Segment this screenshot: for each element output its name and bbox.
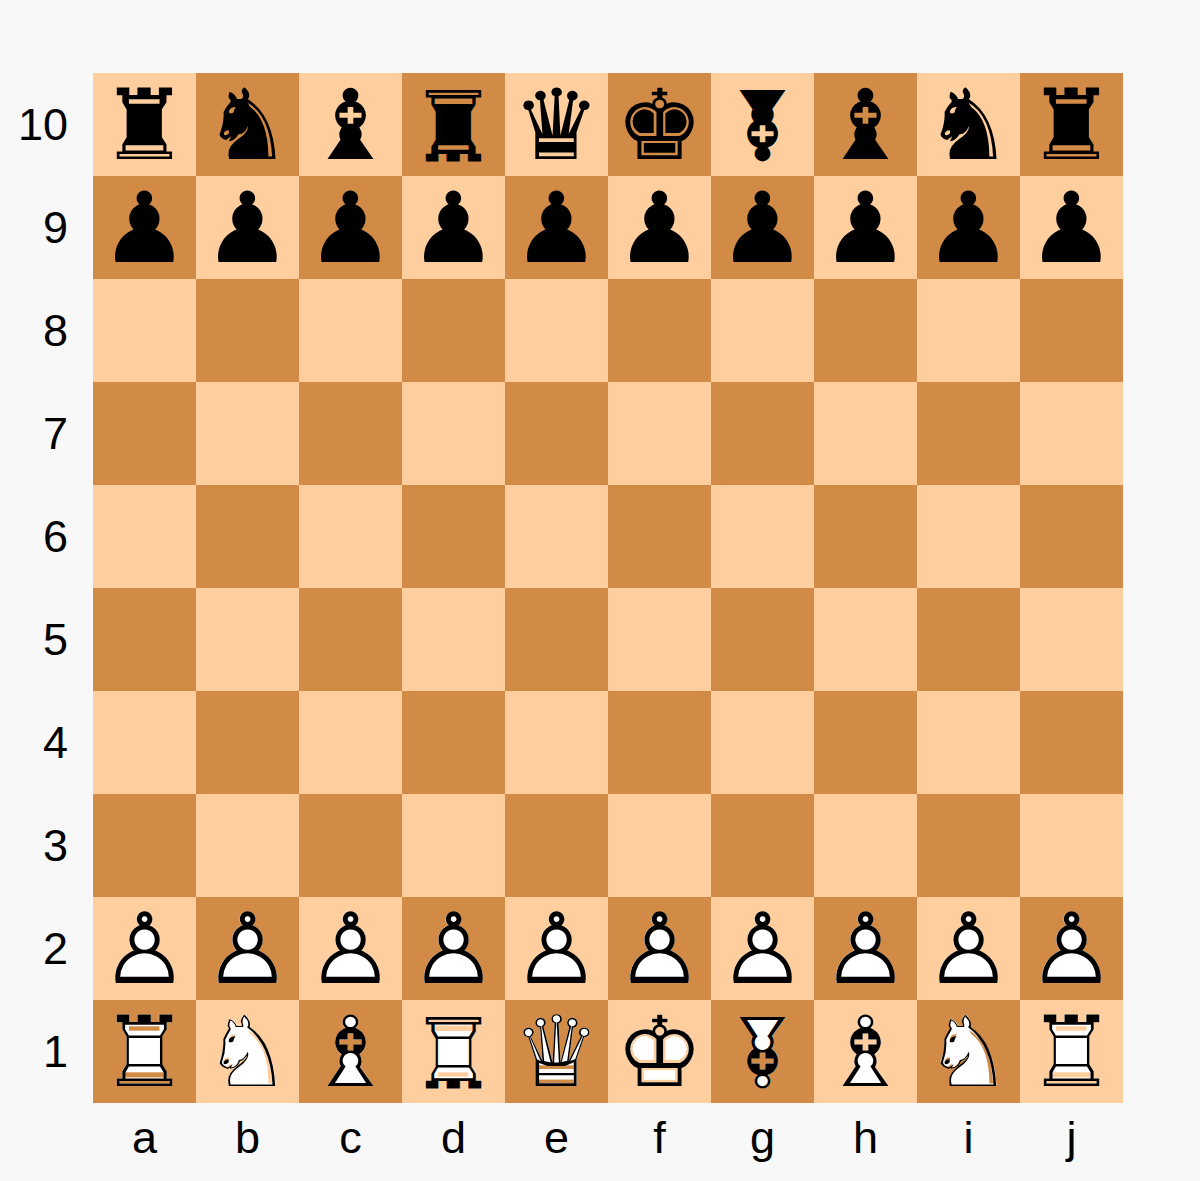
piece-outline-glyph: ♔ <box>608 1000 711 1103</box>
white-rook[interactable]: ♜♖ <box>93 1000 196 1103</box>
square-h8[interactable] <box>814 279 917 382</box>
rank-label-6: 6 <box>0 485 93 588</box>
white-knight[interactable]: ♞♘ <box>917 1000 1020 1103</box>
square-e2[interactable]: ♟♙ <box>505 897 608 1000</box>
square-h2[interactable]: ♟♙ <box>814 897 917 1000</box>
square-j7[interactable] <box>1020 382 1123 485</box>
piece-glyph: ♛ <box>505 73 608 176</box>
square-b4[interactable] <box>196 691 299 794</box>
piece-outline-glyph: ♕ <box>505 1000 608 1103</box>
file-label-e: e <box>505 1103 608 1173</box>
black-pawn[interactable]: ♟ <box>505 176 608 279</box>
square-b1[interactable]: ♞♘ <box>196 1000 299 1103</box>
square-f10[interactable]: ♚ <box>608 73 711 176</box>
piece-glyph: ♟ <box>814 176 917 279</box>
square-e5[interactable] <box>505 588 608 691</box>
square-h7[interactable] <box>814 382 917 485</box>
black-rook[interactable]: ♜ <box>93 73 196 176</box>
square-g6[interactable] <box>711 485 814 588</box>
square-b10[interactable]: ♞ <box>196 73 299 176</box>
square-b2[interactable]: ♟♙ <box>196 897 299 1000</box>
black-knight[interactable]: ♞ <box>196 73 299 176</box>
square-a6[interactable] <box>93 485 196 588</box>
white-bishop[interactable]: ♝♗ <box>299 1000 402 1103</box>
piece-glyph: ♟ <box>402 176 505 279</box>
black-bishop[interactable]: ♝ <box>814 73 917 176</box>
piece-glyph: ♞ <box>196 73 299 176</box>
square-i1[interactable]: ♞♘ <box>917 1000 1020 1103</box>
square-h9[interactable]: ♟ <box>814 176 917 279</box>
piece-outline-glyph: ♙ <box>814 897 917 1000</box>
square-f3[interactable] <box>608 794 711 897</box>
square-f8[interactable] <box>608 279 711 382</box>
piece-outline-glyph: ♘ <box>917 1000 1020 1103</box>
square-j4[interactable] <box>1020 691 1123 794</box>
piece-outline-glyph: ♗ <box>299 1000 402 1103</box>
square-f2[interactable]: ♟♙ <box>608 897 711 1000</box>
square-j3[interactable] <box>1020 794 1123 897</box>
piece-outline-glyph: ♙ <box>608 897 711 1000</box>
square-d7[interactable] <box>402 382 505 485</box>
white-pawn[interactable]: ♟♙ <box>608 897 711 1000</box>
file-label-b: b <box>196 1103 299 1173</box>
rank-label-1: 1 <box>0 1000 93 1103</box>
square-i7[interactable] <box>917 382 1020 485</box>
square-g3[interactable] <box>711 794 814 897</box>
square-j10[interactable]: ♜ <box>1020 73 1123 176</box>
piece-glyph: ♝ <box>814 73 917 176</box>
square-d5[interactable] <box>402 588 505 691</box>
board: ♜♞♝♜♛♚♝♝♞♜♟♟♟♟♟♟♟♟♟♟♟♙♟♙♟♙♟♙♟♙♟♙♟♙♟♙♟♙♟♙… <box>93 73 1123 1103</box>
white-pawn[interactable]: ♟♙ <box>505 897 608 1000</box>
piece-glyph: ♝ <box>711 73 814 176</box>
square-j1[interactable]: ♜♖ <box>1020 1000 1123 1103</box>
square-a2[interactable]: ♟♙ <box>93 897 196 1000</box>
white-queen[interactable]: ♛♕ <box>505 1000 608 1103</box>
white-rook[interactable]: ♜♖ <box>1020 1000 1123 1103</box>
piece-glyph: ♟ <box>93 176 196 279</box>
square-i4[interactable] <box>917 691 1020 794</box>
square-h4[interactable] <box>814 691 917 794</box>
white-pawn[interactable]: ♟♙ <box>711 897 814 1000</box>
piece-outline-glyph: ♘ <box>196 1000 299 1103</box>
piece-outline-glyph: ♙ <box>505 897 608 1000</box>
square-h3[interactable] <box>814 794 917 897</box>
square-g5[interactable] <box>711 588 814 691</box>
piece-outline-glyph: ♖ <box>93 1000 196 1103</box>
square-c1[interactable]: ♝♗ <box>299 1000 402 1103</box>
square-g2[interactable]: ♟♙ <box>711 897 814 1000</box>
rank-labels: 10987654321 <box>0 73 93 1103</box>
square-g9[interactable]: ♟ <box>711 176 814 279</box>
piece-glyph: ♟ <box>1020 176 1123 279</box>
square-d4[interactable] <box>402 691 505 794</box>
white-pawn[interactable]: ♟♙ <box>402 897 505 1000</box>
piece-glyph: ♜ <box>1020 73 1123 176</box>
square-g10[interactable]: ♝ <box>711 73 814 176</box>
rank-label-3: 3 <box>0 794 93 897</box>
square-d1[interactable]: ♜♖ <box>402 1000 505 1103</box>
square-b5[interactable] <box>196 588 299 691</box>
square-c2[interactable]: ♟♙ <box>299 897 402 1000</box>
square-a1[interactable]: ♜♖ <box>93 1000 196 1103</box>
square-g4[interactable] <box>711 691 814 794</box>
piece-glyph: ♚ <box>608 73 711 176</box>
rank-label-8: 8 <box>0 279 93 382</box>
square-b3[interactable] <box>196 794 299 897</box>
square-c7[interactable] <box>299 382 402 485</box>
piece-glyph: ♟ <box>196 176 299 279</box>
black-pawn[interactable]: ♟ <box>711 176 814 279</box>
square-i9[interactable]: ♟ <box>917 176 1020 279</box>
square-g1[interactable]: ♝♗ <box>711 1000 814 1103</box>
white-pawn[interactable]: ♟♙ <box>814 897 917 1000</box>
file-labels: abcdefghij <box>93 1103 1123 1173</box>
piece-outline-glyph: ♙ <box>196 897 299 1000</box>
square-a3[interactable] <box>93 794 196 897</box>
square-j8[interactable] <box>1020 279 1123 382</box>
square-a10[interactable]: ♜ <box>93 73 196 176</box>
piece-outline-glyph: ♖ <box>1020 1000 1123 1103</box>
white-marshal-inverted-rook[interactable]: ♜♖ <box>402 1000 505 1103</box>
square-j9[interactable]: ♟ <box>1020 176 1123 279</box>
file-label-c: c <box>299 1103 402 1173</box>
piece-glyph: ♟ <box>711 176 814 279</box>
square-h5[interactable] <box>814 588 917 691</box>
piece-outline-glyph: ♖ <box>402 1000 505 1103</box>
square-b8[interactable] <box>196 279 299 382</box>
square-j6[interactable] <box>1020 485 1123 588</box>
square-c4[interactable] <box>299 691 402 794</box>
square-e10[interactable]: ♛ <box>505 73 608 176</box>
piece-glyph: ♞ <box>917 73 1020 176</box>
piece-glyph: ♟ <box>608 176 711 279</box>
square-i10[interactable]: ♞ <box>917 73 1020 176</box>
square-f7[interactable] <box>608 382 711 485</box>
black-queen[interactable]: ♛ <box>505 73 608 176</box>
white-knight[interactable]: ♞♘ <box>196 1000 299 1103</box>
square-i8[interactable] <box>917 279 1020 382</box>
black-pawn[interactable]: ♟ <box>917 176 1020 279</box>
square-d10[interactable]: ♜ <box>402 73 505 176</box>
square-c8[interactable] <box>299 279 402 382</box>
square-h6[interactable] <box>814 485 917 588</box>
chess-variant-diagram: 10987654321 ♜♞♝♜♛♚♝♝♞♜♟♟♟♟♟♟♟♟♟♟♟♙♟♙♟♙♟♙… <box>0 0 1200 1181</box>
file-label-f: f <box>608 1103 711 1173</box>
file-label-j: j <box>1020 1103 1123 1173</box>
rank-label-7: 7 <box>0 382 93 485</box>
square-a4[interactable] <box>93 691 196 794</box>
piece-glyph: ♟ <box>917 176 1020 279</box>
file-label-g: g <box>711 1103 814 1173</box>
piece-glyph: ♜ <box>402 73 505 176</box>
square-b6[interactable] <box>196 485 299 588</box>
black-pawn[interactable]: ♟ <box>299 176 402 279</box>
square-i6[interactable] <box>917 485 1020 588</box>
square-c3[interactable] <box>299 794 402 897</box>
rank-label-10: 10 <box>0 73 93 176</box>
black-knight[interactable]: ♞ <box>917 73 1020 176</box>
black-pawn[interactable]: ♟ <box>93 176 196 279</box>
square-b9[interactable]: ♟ <box>196 176 299 279</box>
square-e1[interactable]: ♛♕ <box>505 1000 608 1103</box>
black-pawn[interactable]: ♟ <box>1020 176 1123 279</box>
square-a5[interactable] <box>93 588 196 691</box>
rank-label-9: 9 <box>0 176 93 279</box>
white-king[interactable]: ♚♔ <box>608 1000 711 1103</box>
square-d2[interactable]: ♟♙ <box>402 897 505 1000</box>
square-a9[interactable]: ♟ <box>93 176 196 279</box>
black-pawn[interactable]: ♟ <box>402 176 505 279</box>
square-g7[interactable] <box>711 382 814 485</box>
piece-outline-glyph: ♙ <box>299 897 402 1000</box>
black-king[interactable]: ♚ <box>608 73 711 176</box>
square-e4[interactable] <box>505 691 608 794</box>
square-j5[interactable] <box>1020 588 1123 691</box>
rank-label-5: 5 <box>0 588 93 691</box>
square-b7[interactable] <box>196 382 299 485</box>
square-d8[interactable] <box>402 279 505 382</box>
square-d9[interactable]: ♟ <box>402 176 505 279</box>
square-c5[interactable] <box>299 588 402 691</box>
square-g8[interactable] <box>711 279 814 382</box>
file-label-h: h <box>814 1103 917 1173</box>
white-pawn[interactable]: ♟♙ <box>93 897 196 1000</box>
black-pawn[interactable]: ♟ <box>608 176 711 279</box>
square-e9[interactable]: ♟ <box>505 176 608 279</box>
piece-outline-glyph: ♙ <box>93 897 196 1000</box>
square-c6[interactable] <box>299 485 402 588</box>
black-bishop[interactable]: ♝ <box>299 73 402 176</box>
white-cardinal-inverted-bishop[interactable]: ♝♗ <box>711 1000 814 1103</box>
piece-outline-glyph: ♙ <box>711 897 814 1000</box>
piece-glyph: ♟ <box>505 176 608 279</box>
black-cardinal-inverted-bishop[interactable]: ♝ <box>711 73 814 176</box>
white-bishop[interactable]: ♝♗ <box>814 1000 917 1103</box>
square-f9[interactable]: ♟ <box>608 176 711 279</box>
square-a7[interactable] <box>93 382 196 485</box>
square-f6[interactable] <box>608 485 711 588</box>
square-j2[interactable]: ♟♙ <box>1020 897 1123 1000</box>
square-e7[interactable] <box>505 382 608 485</box>
file-label-a: a <box>93 1103 196 1173</box>
square-i5[interactable] <box>917 588 1020 691</box>
piece-glyph: ♜ <box>93 73 196 176</box>
square-c10[interactable]: ♝ <box>299 73 402 176</box>
square-e6[interactable] <box>505 485 608 588</box>
square-f5[interactable] <box>608 588 711 691</box>
square-i2[interactable]: ♟♙ <box>917 897 1020 1000</box>
piece-outline-glyph: ♙ <box>402 897 505 1000</box>
square-a8[interactable] <box>93 279 196 382</box>
piece-glyph: ♟ <box>299 176 402 279</box>
rank-label-4: 4 <box>0 691 93 794</box>
file-label-d: d <box>402 1103 505 1173</box>
black-pawn[interactable]: ♟ <box>814 176 917 279</box>
piece-outline-glyph: ♙ <box>917 897 1020 1000</box>
white-pawn[interactable]: ♟♙ <box>299 897 402 1000</box>
white-pawn[interactable]: ♟♙ <box>917 897 1020 1000</box>
square-d3[interactable] <box>402 794 505 897</box>
piece-glyph: ♝ <box>299 73 402 176</box>
black-pawn[interactable]: ♟ <box>196 176 299 279</box>
piece-outline-glyph: ♗ <box>711 1000 814 1103</box>
black-rook[interactable]: ♜ <box>1020 73 1123 176</box>
square-h1[interactable]: ♝♗ <box>814 1000 917 1103</box>
square-i3[interactable] <box>917 794 1020 897</box>
black-marshal-inverted-rook[interactable]: ♜ <box>402 73 505 176</box>
piece-outline-glyph: ♙ <box>1020 897 1123 1000</box>
square-f4[interactable] <box>608 691 711 794</box>
square-h10[interactable]: ♝ <box>814 73 917 176</box>
white-pawn[interactable]: ♟♙ <box>1020 897 1123 1000</box>
piece-outline-glyph: ♗ <box>814 1000 917 1103</box>
square-e3[interactable] <box>505 794 608 897</box>
square-d6[interactable] <box>402 485 505 588</box>
square-f1[interactable]: ♚♔ <box>608 1000 711 1103</box>
white-pawn[interactable]: ♟♙ <box>196 897 299 1000</box>
file-label-i: i <box>917 1103 1020 1173</box>
square-e8[interactable] <box>505 279 608 382</box>
rank-label-2: 2 <box>0 897 93 1000</box>
square-c9[interactable]: ♟ <box>299 176 402 279</box>
